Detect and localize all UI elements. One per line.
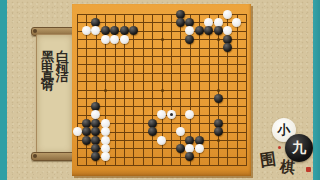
- black-stone[interactable]: [91, 152, 100, 161]
- black-stone[interactable]: [129, 26, 138, 35]
- white-stone[interactable]: [157, 136, 166, 145]
- black-stone[interactable]: [176, 18, 185, 27]
- star-point: [104, 89, 107, 92]
- last-move-marker: [170, 113, 173, 116]
- logo-script-char-qi: 棋: [279, 157, 296, 177]
- white-stone[interactable]: [91, 110, 100, 119]
- black-stone[interactable]: [214, 94, 223, 103]
- grid-line: [77, 106, 247, 107]
- black-stone[interactable]: [101, 26, 110, 35]
- roller-cap: [33, 29, 37, 33]
- logo-script-char-wei: 围: [259, 149, 278, 172]
- black-stone[interactable]: [214, 127, 223, 136]
- white-stone[interactable]: [223, 26, 232, 35]
- black-player-label: 黑申真谞: [40, 40, 54, 76]
- white-player-label: 白柯洁: [55, 40, 69, 67]
- star-point: [217, 38, 220, 41]
- video-frame: 白柯洁 黑申真谞 围 小 九 棋: [0, 0, 320, 180]
- logo-black-stone-char: 九: [292, 139, 306, 157]
- white-stone[interactable]: [223, 10, 232, 19]
- black-stone[interactable]: [214, 26, 223, 35]
- white-stone[interactable]: [101, 152, 110, 161]
- grid-line: [77, 165, 247, 166]
- logo-red-seal: [306, 167, 311, 172]
- black-stone[interactable]: [195, 26, 204, 35]
- white-stone[interactable]: [110, 35, 119, 44]
- black-stone[interactable]: [185, 152, 194, 161]
- white-stone[interactable]: [195, 144, 204, 153]
- left-teal-strip: [0, 0, 7, 180]
- star-point: [161, 38, 164, 41]
- white-stone[interactable]: [73, 127, 82, 136]
- black-stone[interactable]: [110, 26, 119, 35]
- black-stone[interactable]: [185, 35, 194, 44]
- black-stone[interactable]: [82, 136, 91, 145]
- grid-line: [209, 14, 210, 166]
- black-stone[interactable]: [176, 144, 185, 153]
- roller-cap: [33, 154, 37, 158]
- grid-line: [246, 14, 247, 166]
- white-stone[interactable]: [101, 127, 110, 136]
- white-stone[interactable]: [185, 110, 194, 119]
- grid-line: [237, 14, 238, 166]
- white-stone[interactable]: [176, 127, 185, 136]
- logo-red-dot: [278, 146, 281, 149]
- black-stone[interactable]: [120, 26, 129, 35]
- star-point: [217, 139, 220, 142]
- white-stone[interactable]: [101, 35, 110, 44]
- white-stone[interactable]: [91, 26, 100, 35]
- black-stone[interactable]: [204, 26, 213, 35]
- white-stone[interactable]: [120, 35, 129, 44]
- star-point: [217, 89, 220, 92]
- black-stone[interactable]: [223, 43, 232, 52]
- star-point: [161, 89, 164, 92]
- white-stone[interactable]: [232, 18, 241, 27]
- black-stone[interactable]: [91, 127, 100, 136]
- white-stone[interactable]: [157, 110, 166, 119]
- white-stone[interactable]: [185, 26, 194, 35]
- grid-line: [171, 14, 172, 166]
- player-scroll: 白柯洁 黑申真谞: [36, 34, 73, 154]
- scroll-bottom-roller: [31, 152, 78, 161]
- black-stone[interactable]: [148, 127, 157, 136]
- white-stone[interactable]: [82, 26, 91, 35]
- go-board[interactable]: [72, 4, 251, 176]
- app-logo: 围 小 九 棋: [258, 112, 316, 178]
- black-stone[interactable]: [82, 127, 91, 136]
- logo-white-stone-char: 小: [278, 121, 291, 139]
